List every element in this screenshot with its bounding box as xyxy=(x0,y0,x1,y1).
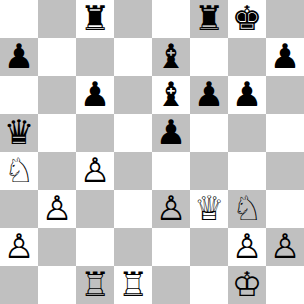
square-a6[interactable] xyxy=(0,76,38,114)
square-e3[interactable]: ♙ xyxy=(152,190,190,228)
white-pawn-piece: ♙ xyxy=(4,227,34,265)
square-g4[interactable] xyxy=(228,152,266,190)
white-pawn-piece: ♙ xyxy=(42,189,72,227)
square-g6[interactable]: ♟ xyxy=(228,76,266,114)
square-f1[interactable] xyxy=(190,266,228,304)
square-h2[interactable]: ♙ xyxy=(266,228,304,266)
chess-board: ♜♜♚♟♝♟♟♝♟♟♛♟♘♙♙♙♕♘♙♙♙♖♖♔ xyxy=(0,0,304,304)
square-e4[interactable] xyxy=(152,152,190,190)
square-c2[interactable] xyxy=(76,228,114,266)
square-f7[interactable] xyxy=(190,38,228,76)
black-bishop-piece: ♝ xyxy=(156,75,186,113)
square-c4[interactable]: ♙ xyxy=(76,152,114,190)
square-b8[interactable] xyxy=(38,0,76,38)
square-h7[interactable]: ♟ xyxy=(266,38,304,76)
square-d6[interactable] xyxy=(114,76,152,114)
square-d4[interactable] xyxy=(114,152,152,190)
square-e7[interactable]: ♝ xyxy=(152,38,190,76)
square-h1[interactable] xyxy=(266,266,304,304)
square-g1[interactable]: ♔ xyxy=(228,266,266,304)
white-pawn-piece: ♙ xyxy=(156,189,186,227)
square-a1[interactable] xyxy=(0,266,38,304)
square-b6[interactable] xyxy=(38,76,76,114)
square-f4[interactable] xyxy=(190,152,228,190)
square-a7[interactable]: ♟ xyxy=(0,38,38,76)
square-g2[interactable]: ♙ xyxy=(228,228,266,266)
square-a4[interactable]: ♘ xyxy=(0,152,38,190)
black-pawn-piece: ♟ xyxy=(232,75,262,113)
square-b7[interactable] xyxy=(38,38,76,76)
square-c5[interactable] xyxy=(76,114,114,152)
black-rook-piece: ♜ xyxy=(194,0,224,37)
square-g8[interactable]: ♚ xyxy=(228,0,266,38)
square-c7[interactable] xyxy=(76,38,114,76)
square-f3[interactable]: ♕ xyxy=(190,190,228,228)
square-e5[interactable]: ♟ xyxy=(152,114,190,152)
square-e6[interactable]: ♝ xyxy=(152,76,190,114)
square-f8[interactable]: ♜ xyxy=(190,0,228,38)
square-c1[interactable]: ♖ xyxy=(76,266,114,304)
square-a2[interactable]: ♙ xyxy=(0,228,38,266)
square-d8[interactable] xyxy=(114,0,152,38)
square-d3[interactable] xyxy=(114,190,152,228)
black-queen-piece: ♛ xyxy=(4,113,34,151)
black-pawn-piece: ♟ xyxy=(194,75,224,113)
black-rook-piece: ♜ xyxy=(80,0,110,37)
square-e2[interactable] xyxy=(152,228,190,266)
square-f5[interactable] xyxy=(190,114,228,152)
black-pawn-piece: ♟ xyxy=(4,37,34,75)
white-rook-piece: ♖ xyxy=(118,265,148,303)
black-pawn-piece: ♟ xyxy=(80,75,110,113)
square-d2[interactable] xyxy=(114,228,152,266)
square-g7[interactable] xyxy=(228,38,266,76)
square-b3[interactable]: ♙ xyxy=(38,190,76,228)
square-b5[interactable] xyxy=(38,114,76,152)
white-rook-piece: ♖ xyxy=(80,265,110,303)
white-pawn-piece: ♙ xyxy=(270,227,300,265)
square-e8[interactable] xyxy=(152,0,190,38)
square-c6[interactable]: ♟ xyxy=(76,76,114,114)
square-d1[interactable]: ♖ xyxy=(114,266,152,304)
square-c8[interactable]: ♜ xyxy=(76,0,114,38)
square-d7[interactable] xyxy=(114,38,152,76)
square-a5[interactable]: ♛ xyxy=(0,114,38,152)
white-queen-piece: ♕ xyxy=(194,189,224,227)
black-pawn-piece: ♟ xyxy=(270,37,300,75)
square-h4[interactable] xyxy=(266,152,304,190)
square-b1[interactable] xyxy=(38,266,76,304)
square-b2[interactable] xyxy=(38,228,76,266)
white-pawn-piece: ♙ xyxy=(80,151,110,189)
square-g3[interactable]: ♘ xyxy=(228,190,266,228)
white-knight-piece: ♘ xyxy=(232,189,262,227)
square-h8[interactable] xyxy=(266,0,304,38)
square-b4[interactable] xyxy=(38,152,76,190)
square-f6[interactable]: ♟ xyxy=(190,76,228,114)
white-king-piece: ♔ xyxy=(232,265,262,303)
square-f2[interactable] xyxy=(190,228,228,266)
black-king-piece: ♚ xyxy=(232,0,262,37)
square-a8[interactable] xyxy=(0,0,38,38)
white-knight-piece: ♘ xyxy=(4,151,34,189)
square-h3[interactable] xyxy=(266,190,304,228)
square-d5[interactable] xyxy=(114,114,152,152)
square-g5[interactable] xyxy=(228,114,266,152)
black-bishop-piece: ♝ xyxy=(156,37,186,75)
square-h5[interactable] xyxy=(266,114,304,152)
white-pawn-piece: ♙ xyxy=(232,227,262,265)
square-a3[interactable] xyxy=(0,190,38,228)
square-c3[interactable] xyxy=(76,190,114,228)
black-pawn-piece: ♟ xyxy=(156,113,186,151)
square-h6[interactable] xyxy=(266,76,304,114)
square-e1[interactable] xyxy=(152,266,190,304)
